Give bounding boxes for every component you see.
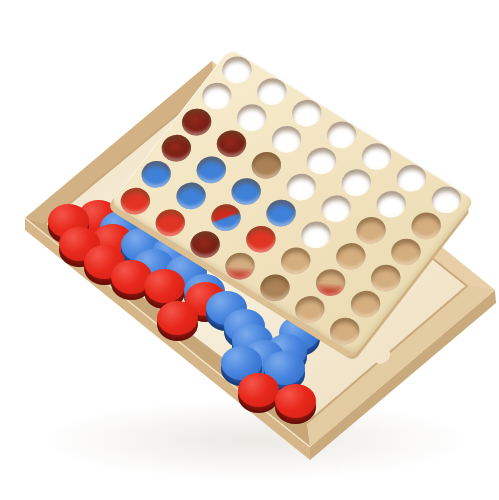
- board-hole-r4c1: [170, 178, 211, 215]
- board-hole-r4c3: [240, 221, 281, 258]
- red-disc: [157, 301, 198, 335]
- board-hole-r4c4: [275, 243, 316, 280]
- red-disc: [238, 373, 279, 407]
- product-photo: [0, 0, 499, 500]
- red-disc: [144, 269, 185, 303]
- red-disc-top: [144, 269, 185, 303]
- board-hole-r4c6: [345, 286, 386, 323]
- red-disc-top: [238, 373, 279, 407]
- red-disc-top: [157, 301, 198, 335]
- red-disc-top: [275, 384, 316, 418]
- board-hole-r4c5: [310, 264, 351, 301]
- board-hole-r4c2: [205, 199, 246, 236]
- red-disc: [275, 384, 316, 418]
- board-hole-r4c0: [136, 156, 177, 193]
